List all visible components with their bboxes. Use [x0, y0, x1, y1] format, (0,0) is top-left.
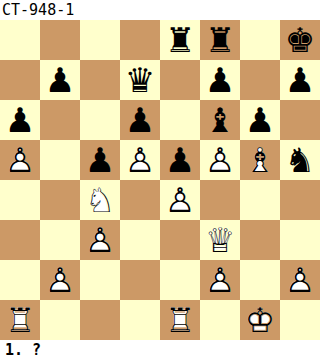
square-d6[interactable]: ♟	[120, 100, 160, 140]
chess-board: ♜♜♚♟♛♟♟♟♟♝♟♟♙♟♟♙♟♟♙♝♗♞♞♘♟♙♟♙♛♕♟♙♟♙♟♙♜♖♜♖…	[0, 20, 320, 340]
title-bar: CT-948-1	[0, 0, 320, 20]
white-queen-icon[interactable]: ♛♕	[200, 220, 240, 260]
square-d2[interactable]	[120, 260, 160, 300]
square-d4[interactable]	[120, 180, 160, 220]
square-e7[interactable]	[160, 60, 200, 100]
square-a1[interactable]: ♜♖	[0, 300, 40, 340]
square-c1[interactable]	[80, 300, 120, 340]
square-f4[interactable]	[200, 180, 240, 220]
black-pawn-icon[interactable]: ♟	[200, 60, 240, 100]
square-g3[interactable]	[240, 220, 280, 260]
white-king-icon[interactable]: ♚♔	[240, 300, 280, 340]
square-g8[interactable]	[240, 20, 280, 60]
square-f2[interactable]: ♟♙	[200, 260, 240, 300]
square-e6[interactable]	[160, 100, 200, 140]
black-pawn-icon[interactable]: ♟	[280, 60, 320, 100]
black-bishop-icon[interactable]: ♝	[200, 100, 240, 140]
square-f1[interactable]	[200, 300, 240, 340]
square-b5[interactable]	[40, 140, 80, 180]
square-b3[interactable]	[40, 220, 80, 260]
black-pawn-icon[interactable]: ♟	[120, 100, 160, 140]
square-h4[interactable]	[280, 180, 320, 220]
square-h1[interactable]	[280, 300, 320, 340]
square-d5[interactable]: ♟♙	[120, 140, 160, 180]
white-pawn-icon[interactable]: ♟♙	[200, 260, 240, 300]
square-e3[interactable]	[160, 220, 200, 260]
square-c7[interactable]	[80, 60, 120, 100]
square-g7[interactable]	[240, 60, 280, 100]
square-a6[interactable]: ♟	[0, 100, 40, 140]
square-a4[interactable]	[0, 180, 40, 220]
square-h3[interactable]	[280, 220, 320, 260]
black-pawn-icon[interactable]: ♟	[40, 60, 80, 100]
square-g6[interactable]: ♟	[240, 100, 280, 140]
square-b1[interactable]	[40, 300, 80, 340]
move-prompt: 1. ?	[5, 341, 41, 359]
white-bishop-icon[interactable]: ♝♗	[240, 140, 280, 180]
square-f8[interactable]: ♜	[200, 20, 240, 60]
square-c8[interactable]	[80, 20, 120, 60]
square-h8[interactable]: ♚	[280, 20, 320, 60]
square-a5[interactable]: ♟♙	[0, 140, 40, 180]
square-d7[interactable]: ♛	[120, 60, 160, 100]
white-rook-icon[interactable]: ♜♖	[0, 300, 40, 340]
black-rook-icon[interactable]: ♜	[200, 20, 240, 60]
square-g2[interactable]	[240, 260, 280, 300]
square-e5[interactable]: ♟	[160, 140, 200, 180]
square-g4[interactable]	[240, 180, 280, 220]
square-e4[interactable]: ♟♙	[160, 180, 200, 220]
white-pawn-icon[interactable]: ♟♙	[160, 180, 200, 220]
square-d3[interactable]	[120, 220, 160, 260]
square-h7[interactable]: ♟	[280, 60, 320, 100]
black-pawn-icon[interactable]: ♟	[0, 100, 40, 140]
square-f5[interactable]: ♟♙	[200, 140, 240, 180]
square-e1[interactable]: ♜♖	[160, 300, 200, 340]
white-pawn-icon[interactable]: ♟♙	[40, 260, 80, 300]
square-a8[interactable]	[0, 20, 40, 60]
square-h6[interactable]	[280, 100, 320, 140]
black-pawn-icon[interactable]: ♟	[160, 140, 200, 180]
white-knight-icon[interactable]: ♞♘	[80, 180, 120, 220]
square-e8[interactable]: ♜	[160, 20, 200, 60]
square-e2[interactable]	[160, 260, 200, 300]
black-queen-icon[interactable]: ♛	[120, 60, 160, 100]
page-title: CT-948-1	[2, 1, 74, 19]
square-f3[interactable]: ♛♕	[200, 220, 240, 260]
square-c5[interactable]: ♟	[80, 140, 120, 180]
square-b7[interactable]: ♟	[40, 60, 80, 100]
black-knight-icon[interactable]: ♞	[280, 140, 320, 180]
square-d8[interactable]	[120, 20, 160, 60]
black-rook-icon[interactable]: ♜	[160, 20, 200, 60]
square-f7[interactable]: ♟	[200, 60, 240, 100]
white-pawn-icon[interactable]: ♟♙	[200, 140, 240, 180]
square-f6[interactable]: ♝	[200, 100, 240, 140]
black-pawn-icon[interactable]: ♟	[240, 100, 280, 140]
white-rook-icon[interactable]: ♜♖	[160, 300, 200, 340]
square-c4[interactable]: ♞♘	[80, 180, 120, 220]
square-d1[interactable]	[120, 300, 160, 340]
square-a2[interactable]	[0, 260, 40, 300]
black-king-icon[interactable]: ♚	[280, 20, 320, 60]
square-a7[interactable]	[0, 60, 40, 100]
square-b8[interactable]	[40, 20, 80, 60]
black-pawn-icon[interactable]: ♟	[80, 140, 120, 180]
status-bar: 1. ?	[0, 340, 320, 360]
square-c6[interactable]	[80, 100, 120, 140]
square-a3[interactable]	[0, 220, 40, 260]
square-b4[interactable]	[40, 180, 80, 220]
square-b6[interactable]	[40, 100, 80, 140]
square-h5[interactable]: ♞	[280, 140, 320, 180]
square-g5[interactable]: ♝♗	[240, 140, 280, 180]
white-pawn-icon[interactable]: ♟♙	[0, 140, 40, 180]
white-pawn-icon[interactable]: ♟♙	[80, 220, 120, 260]
square-g1[interactable]: ♚♔	[240, 300, 280, 340]
square-b2[interactable]: ♟♙	[40, 260, 80, 300]
square-h2[interactable]: ♟♙	[280, 260, 320, 300]
white-pawn-icon[interactable]: ♟♙	[280, 260, 320, 300]
square-c2[interactable]	[80, 260, 120, 300]
white-pawn-icon[interactable]: ♟♙	[120, 140, 160, 180]
square-c3[interactable]: ♟♙	[80, 220, 120, 260]
